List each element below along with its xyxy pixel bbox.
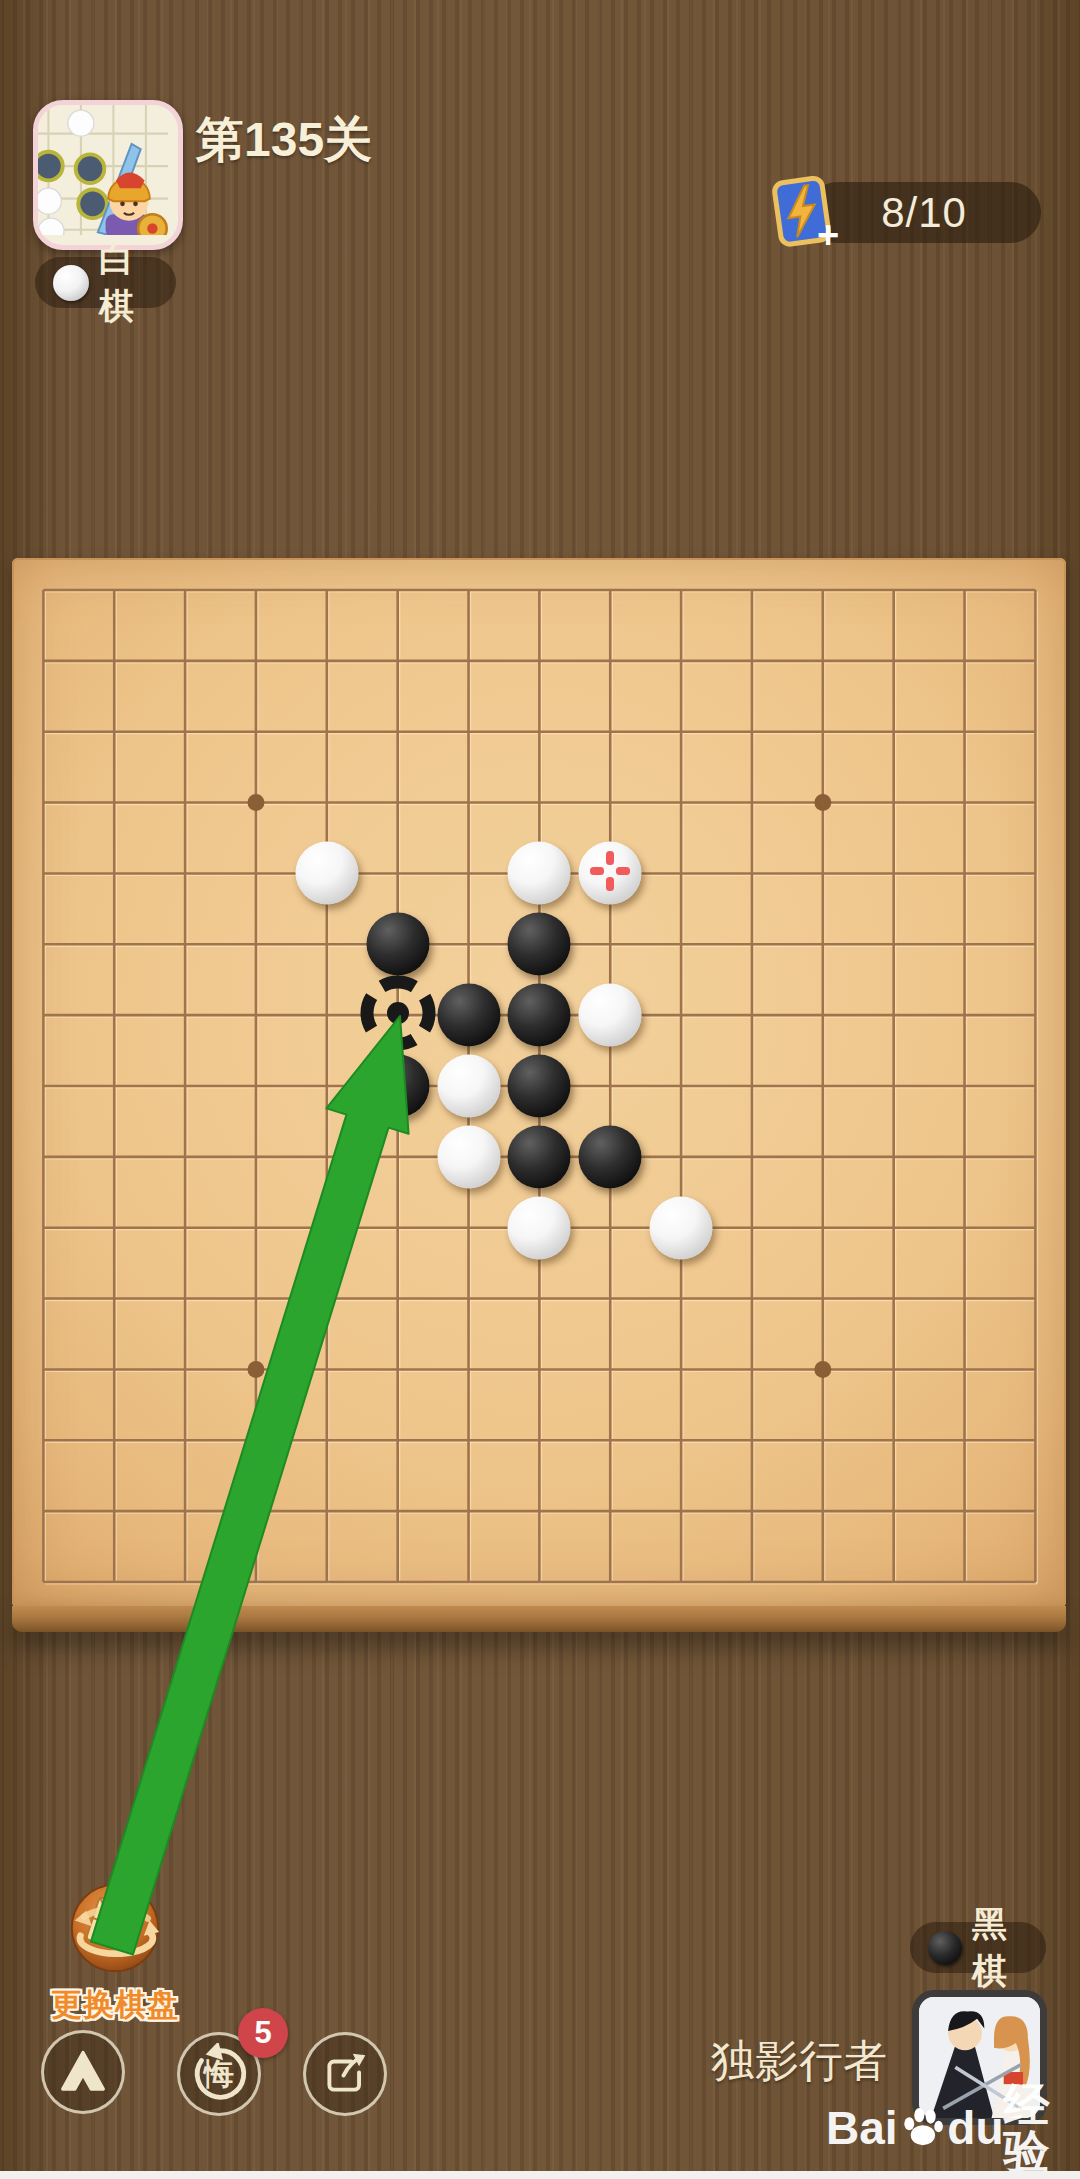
white-stone xyxy=(508,842,571,905)
white-stone xyxy=(508,1196,571,1259)
opponent-side-pill: 黑棋 xyxy=(910,1922,1046,1973)
change-board-icon xyxy=(65,1882,165,1978)
baidu-paw-icon xyxy=(900,2104,946,2152)
player-side-pill: 白棋 xyxy=(35,257,176,308)
screen-bottom-strip xyxy=(0,2171,1080,2179)
baidu-bai: Bai xyxy=(826,2105,898,2151)
white-stone xyxy=(579,984,642,1047)
game-screen: 第135关 白棋 + 8/10 xyxy=(0,0,1080,2179)
baidu-watermark: Bai du 经验 jingyan.baidu.com xyxy=(826,2082,1080,2179)
share-icon xyxy=(320,2049,370,2099)
share-button[interactable] xyxy=(303,2032,387,2116)
black-stone xyxy=(508,913,571,976)
black-stone xyxy=(508,1054,571,1117)
baidu-suffix: 经验 xyxy=(1004,2082,1080,2174)
black-stone xyxy=(508,984,571,1047)
last-move-cross-marker xyxy=(587,848,633,898)
white-stone xyxy=(437,1054,500,1117)
opponent-side-label: 黑棋 xyxy=(972,1901,1028,1995)
level-title: 第135关 xyxy=(196,108,372,172)
black-stone-icon xyxy=(928,1931,962,1965)
undo-label: 悔 xyxy=(204,2054,234,2095)
baidu-logo-line: Bai du 经验 xyxy=(826,2082,1080,2174)
white-stone xyxy=(650,1196,713,1259)
baidu-du: du xyxy=(947,2105,1003,2151)
black-stone xyxy=(437,984,500,1047)
white-stone xyxy=(437,1125,500,1188)
up-arrow-button[interactable] xyxy=(41,2030,125,2114)
energy-card-icon: + xyxy=(762,172,846,256)
game-board[interactable] xyxy=(12,558,1066,1608)
white-stone-icon xyxy=(53,265,89,301)
level-avatar xyxy=(33,100,183,250)
black-stone xyxy=(366,913,429,976)
suggested-move-marker[interactable] xyxy=(354,969,442,1061)
level-avatar-art xyxy=(38,105,168,235)
black-stone xyxy=(508,1125,571,1188)
up-arrow-icon xyxy=(57,2046,109,2098)
change-board-button[interactable]: 更换棋盘 xyxy=(40,1882,190,2026)
energy-value: 8/10 xyxy=(881,189,967,237)
board-edge xyxy=(12,1606,1066,1632)
black-stone xyxy=(579,1125,642,1188)
player-side-label: 白棋 xyxy=(99,236,158,330)
energy-plus-glyph: + xyxy=(817,214,839,256)
undo-count: 5 xyxy=(254,2015,271,2051)
change-board-label: 更换棋盘 xyxy=(40,1984,190,2026)
white-stone xyxy=(295,842,358,905)
undo-count-badge: 5 xyxy=(238,2008,288,2058)
black-stone xyxy=(366,1054,429,1117)
